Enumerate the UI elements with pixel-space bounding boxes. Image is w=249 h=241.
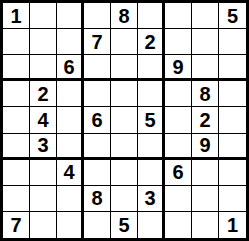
cell-r2c2[interactable]: [30, 29, 57, 55]
cell-r1c9[interactable]: 5: [219, 3, 246, 29]
cell-r9c6[interactable]: [138, 212, 165, 238]
given-digit: 9: [172, 57, 183, 77]
given-digit: 5: [227, 6, 238, 26]
cell-r2c5[interactable]: [111, 29, 138, 55]
cell-r5c8[interactable]: 2: [192, 107, 219, 133]
cell-r4c1[interactable]: [3, 81, 30, 107]
cell-r5c6[interactable]: 5: [138, 107, 165, 133]
cell-r1c3[interactable]: [57, 3, 84, 29]
given-digit: 3: [37, 135, 48, 155]
cell-r6c2[interactable]: 3: [30, 134, 57, 160]
given-digit: 6: [91, 110, 102, 130]
cell-r2c4[interactable]: 7: [84, 29, 111, 55]
cell-r7c2[interactable]: [30, 160, 57, 186]
given-digit: 1: [10, 6, 21, 26]
cell-r2c9[interactable]: [219, 29, 246, 55]
cell-r1c5[interactable]: 8: [111, 3, 138, 29]
given-digit: 7: [91, 32, 102, 52]
given-digit: 5: [144, 110, 155, 130]
given-digit: 4: [63, 162, 74, 182]
cell-r7c9[interactable]: [219, 160, 246, 186]
cell-r1c6[interactable]: [138, 3, 165, 29]
given-digit: 5: [118, 215, 129, 235]
given-digit: 7: [10, 215, 21, 235]
cell-r1c2[interactable]: [30, 3, 57, 29]
cell-r7c3[interactable]: 4: [57, 160, 84, 186]
cell-r9c4[interactable]: [84, 212, 111, 238]
cell-r4c5[interactable]: [111, 81, 138, 107]
cell-r2c1[interactable]: [3, 29, 30, 55]
cell-r2c7[interactable]: [165, 29, 192, 55]
cell-r9c2[interactable]: [30, 212, 57, 238]
cell-r7c1[interactable]: [3, 160, 30, 186]
given-digit: 8: [118, 6, 129, 26]
cell-r3c9[interactable]: [219, 55, 246, 81]
cell-r4c8[interactable]: 8: [192, 81, 219, 107]
cell-r4c9[interactable]: [219, 81, 246, 107]
cell-r6c9[interactable]: [219, 134, 246, 160]
cell-r8c3[interactable]: [57, 186, 84, 212]
cell-r6c8[interactable]: 9: [192, 134, 219, 160]
cell-r8c1[interactable]: [3, 186, 30, 212]
cell-r2c8[interactable]: [192, 29, 219, 55]
cell-r4c3[interactable]: [57, 81, 84, 107]
given-digit: 6: [63, 57, 74, 77]
cell-r3c8[interactable]: [192, 55, 219, 81]
cell-r3c5[interactable]: [111, 55, 138, 81]
cell-r3c2[interactable]: [30, 55, 57, 81]
cell-r4c6[interactable]: [138, 81, 165, 107]
cell-r9c5[interactable]: 5: [111, 212, 138, 238]
given-digit: 6: [172, 162, 183, 182]
cell-r5c7[interactable]: [165, 107, 192, 133]
given-digit: 4: [37, 110, 48, 130]
cell-r5c5[interactable]: [111, 107, 138, 133]
cell-r6c5[interactable]: [111, 134, 138, 160]
cell-r7c6[interactable]: [138, 160, 165, 186]
cell-r8c7[interactable]: [165, 186, 192, 212]
cell-r7c7[interactable]: 6: [165, 160, 192, 186]
cell-r7c4[interactable]: [84, 160, 111, 186]
cell-r1c4[interactable]: [84, 3, 111, 29]
cell-r6c4[interactable]: [84, 134, 111, 160]
cell-r8c8[interactable]: [192, 186, 219, 212]
cell-r8c9[interactable]: [219, 186, 246, 212]
given-digit: 2: [144, 32, 155, 52]
cell-r5c4[interactable]: 6: [84, 107, 111, 133]
cell-r8c6[interactable]: 3: [138, 186, 165, 212]
cell-r9c1[interactable]: 7: [3, 212, 30, 238]
cell-r3c1[interactable]: [3, 55, 30, 81]
cell-r9c7[interactable]: [165, 212, 192, 238]
cell-r4c4[interactable]: [84, 81, 111, 107]
cell-r7c5[interactable]: [111, 160, 138, 186]
cell-r5c2[interactable]: 4: [30, 107, 57, 133]
cell-r9c9[interactable]: 1: [219, 212, 246, 238]
cell-r8c4[interactable]: 8: [84, 186, 111, 212]
cell-r7c8[interactable]: [192, 160, 219, 186]
cell-r3c3[interactable]: 6: [57, 55, 84, 81]
cell-r9c3[interactable]: [57, 212, 84, 238]
cell-r9c8[interactable]: [192, 212, 219, 238]
cell-r5c1[interactable]: [3, 107, 30, 133]
given-digit: 2: [199, 110, 210, 130]
cell-r1c1[interactable]: 1: [3, 3, 30, 29]
cell-r2c6[interactable]: 2: [138, 29, 165, 55]
given-digit: 2: [37, 84, 48, 104]
cell-r2c3[interactable]: [57, 29, 84, 55]
cell-r3c6[interactable]: [138, 55, 165, 81]
cell-r1c7[interactable]: [165, 3, 192, 29]
cell-r1c8[interactable]: [192, 3, 219, 29]
cell-r6c7[interactable]: [165, 134, 192, 160]
cell-r6c6[interactable]: [138, 134, 165, 160]
cell-r3c4[interactable]: [84, 55, 111, 81]
given-digit: 9: [199, 135, 210, 155]
given-digit: 8: [199, 84, 210, 104]
cell-r8c2[interactable]: [30, 186, 57, 212]
sudoku-board: 1857269284652394683751: [0, 0, 249, 241]
cell-r5c3[interactable]: [57, 107, 84, 133]
given-digit: 8: [91, 188, 102, 208]
given-digit: 1: [227, 215, 238, 235]
cell-r6c3[interactable]: [57, 134, 84, 160]
cell-r3c7[interactable]: 9: [165, 55, 192, 81]
cell-r5c9[interactable]: [219, 107, 246, 133]
given-digit: 3: [144, 188, 155, 208]
cell-r4c2[interactable]: 2: [30, 81, 57, 107]
cell-r8c5[interactable]: [111, 186, 138, 212]
cell-r6c1[interactable]: [3, 134, 30, 160]
cell-r4c7[interactable]: [165, 81, 192, 107]
sudoku-page: 1857269284652394683751: [0, 0, 249, 241]
